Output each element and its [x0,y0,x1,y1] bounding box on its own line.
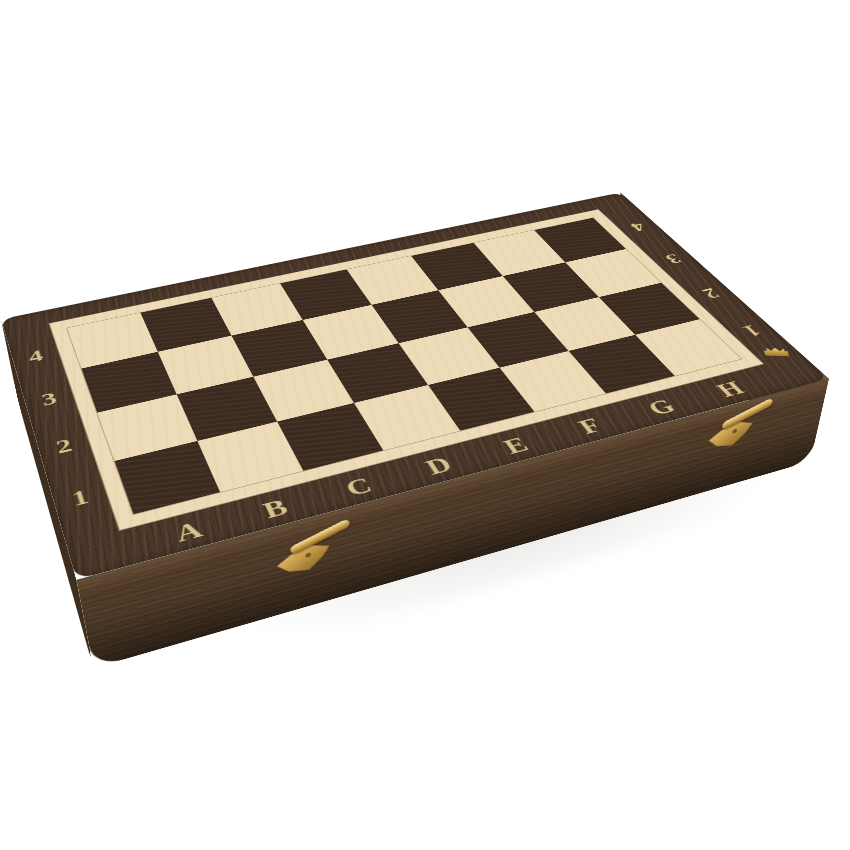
square-f1 [500,351,606,412]
maker-crown-stamp-icon [763,347,790,356]
square-e1 [428,368,534,431]
square-b1 [197,422,303,492]
square-a1 [115,441,221,514]
photo-background: ABCDEFGH 4321 4321 [0,0,850,850]
chess-box: ABCDEFGH 4321 4321 [1,192,829,579]
square-d1 [354,385,460,450]
square-b2 [177,377,277,441]
square-c1 [277,403,383,471]
brass-clasp-left [266,518,360,587]
square-a3 [81,352,176,413]
square-c2 [253,360,354,422]
square-d2 [327,343,428,403]
square-a2 [97,394,197,461]
